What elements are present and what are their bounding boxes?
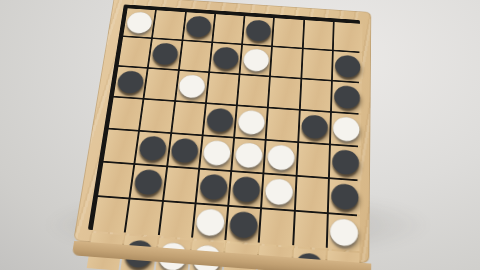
white-disc-f6: ● xyxy=(263,172,296,207)
cell-c3[interactable]: ● xyxy=(176,71,208,102)
cell-f3[interactable] xyxy=(269,77,300,109)
cell-c5[interactable]: ● xyxy=(168,134,202,168)
cell-g3[interactable] xyxy=(301,79,332,111)
black-disc-g8: ● xyxy=(292,245,326,270)
black-disc-h3: ● xyxy=(332,79,362,111)
cell-h6[interactable]: ● xyxy=(329,179,361,215)
cell-e4[interactable]: ● xyxy=(235,106,267,139)
black-disc-e6: ● xyxy=(230,169,263,204)
white-disc-a1: ● xyxy=(124,6,156,35)
cell-f6[interactable]: ● xyxy=(263,174,296,209)
cell-h4[interactable]: ● xyxy=(331,113,362,146)
white-disc-e4: ● xyxy=(235,104,267,137)
cell-e8[interactable] xyxy=(223,243,258,270)
black-disc-h5: ● xyxy=(330,143,361,177)
white-disc-h4: ● xyxy=(331,110,362,143)
cell-f1[interactable] xyxy=(273,18,303,47)
cell-b3[interactable] xyxy=(145,69,178,100)
black-disc-e7: ● xyxy=(227,204,261,241)
cell-b4[interactable] xyxy=(140,100,173,132)
cell-a5[interactable] xyxy=(104,129,139,163)
white-disc-h7: ● xyxy=(328,211,360,248)
cell-b2[interactable]: ● xyxy=(149,39,181,69)
cell-b1[interactable] xyxy=(153,10,185,39)
black-disc-d4: ● xyxy=(204,102,236,135)
cell-e6[interactable]: ● xyxy=(229,172,262,207)
black-disc-e1: ● xyxy=(243,14,273,43)
cell-d8[interactable]: ● xyxy=(189,240,224,270)
cell-d1[interactable] xyxy=(213,14,244,43)
cell-c2[interactable] xyxy=(179,41,211,71)
cell-h1[interactable] xyxy=(334,22,363,52)
cell-d7[interactable]: ● xyxy=(193,204,228,241)
cell-a4[interactable] xyxy=(109,98,143,130)
white-disc-e5: ● xyxy=(233,136,266,170)
cell-d5[interactable]: ● xyxy=(200,136,233,170)
cell-f8[interactable] xyxy=(258,246,292,270)
cell-a2[interactable] xyxy=(119,37,152,67)
cell-g1[interactable] xyxy=(304,20,333,50)
cell-a8[interactable] xyxy=(87,233,124,270)
tabletop-background: ●●●●●●●●●●●●●●●●●●●●●●●●●●●●●●●● xyxy=(0,0,480,270)
cell-f7[interactable] xyxy=(260,209,294,246)
white-disc-d5: ● xyxy=(200,134,233,168)
board-grid: ●●●●●●●●●●●●●●●●●●●●●●●●●●●●●●●● xyxy=(88,4,360,250)
cell-e2[interactable]: ● xyxy=(241,45,272,75)
cell-h5[interactable]: ● xyxy=(330,145,361,179)
cell-h7[interactable]: ● xyxy=(328,214,360,251)
cell-d2[interactable]: ● xyxy=(210,43,241,73)
cell-e3[interactable] xyxy=(238,75,269,107)
black-disc-h6: ● xyxy=(329,176,361,211)
cell-g8[interactable]: ● xyxy=(292,248,326,270)
cell-f5[interactable]: ● xyxy=(265,141,297,175)
black-disc-g4: ● xyxy=(299,108,330,141)
cell-b7[interactable] xyxy=(126,199,162,235)
cell-b8[interactable]: ● xyxy=(121,235,157,270)
black-disc-h2: ● xyxy=(333,49,362,80)
cell-a3[interactable]: ● xyxy=(114,67,147,98)
cell-f4[interactable] xyxy=(267,108,299,141)
cell-e1[interactable]: ● xyxy=(243,16,273,45)
black-disc-b8: ● xyxy=(121,233,157,270)
cell-e5[interactable]: ● xyxy=(232,139,265,173)
black-disc-b5: ● xyxy=(136,129,170,163)
white-disc-c3: ● xyxy=(176,69,208,100)
black-disc-d2: ● xyxy=(210,41,241,71)
othello-board: ●●●●●●●●●●●●●●●●●●●●●●●●●●●●●●●● xyxy=(73,0,371,263)
white-disc-d8: ● xyxy=(189,238,224,270)
black-disc-c5: ● xyxy=(168,131,202,165)
cell-f2[interactable] xyxy=(271,47,301,78)
black-disc-d6: ● xyxy=(197,167,231,202)
cell-c4[interactable] xyxy=(172,102,205,135)
black-disc-a3: ● xyxy=(114,64,147,95)
cell-a7[interactable] xyxy=(93,197,129,233)
cell-g7[interactable] xyxy=(294,212,327,249)
cell-d4[interactable]: ● xyxy=(204,104,237,137)
cell-c1[interactable]: ● xyxy=(183,12,214,41)
cell-h2[interactable]: ● xyxy=(333,51,362,82)
cell-b6[interactable]: ● xyxy=(131,165,166,200)
cell-g6[interactable] xyxy=(296,177,328,212)
cell-c6[interactable] xyxy=(164,167,198,202)
cell-a6[interactable] xyxy=(98,163,133,198)
cell-c7[interactable] xyxy=(159,202,194,238)
white-disc-e2: ● xyxy=(241,43,272,73)
black-disc-b2: ● xyxy=(149,37,181,67)
board-scene: ●●●●●●●●●●●●●●●●●●●●●●●●●●●●●●●● xyxy=(73,0,371,263)
cell-a1[interactable]: ● xyxy=(123,8,155,37)
cell-g5[interactable] xyxy=(297,143,329,177)
cell-d6[interactable]: ● xyxy=(197,170,231,205)
black-disc-c1: ● xyxy=(183,10,214,39)
cell-e7[interactable]: ● xyxy=(226,207,260,244)
cell-d3[interactable] xyxy=(207,73,239,104)
cell-h8[interactable] xyxy=(327,251,360,270)
cell-h3[interactable]: ● xyxy=(332,81,362,113)
white-disc-d7: ● xyxy=(193,202,228,238)
cell-c8[interactable]: ● xyxy=(155,238,191,270)
white-disc-c8: ● xyxy=(155,235,191,270)
black-disc-b6: ● xyxy=(131,162,166,197)
white-disc-f5: ● xyxy=(265,138,297,172)
cell-b5[interactable]: ● xyxy=(136,132,170,166)
cell-g2[interactable] xyxy=(302,49,332,80)
cell-g4[interactable]: ● xyxy=(299,111,330,144)
